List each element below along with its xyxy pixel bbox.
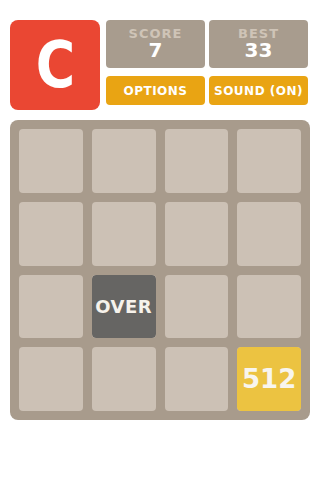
cell-r2c2 bbox=[92, 202, 156, 266]
cell-r4c4: 512 bbox=[237, 347, 301, 411]
cell-r3c3 bbox=[165, 275, 229, 339]
cell-r3c4 bbox=[237, 275, 301, 339]
best-box: BEST 33 bbox=[209, 20, 308, 68]
score-row: SCORE 7 BEST 33 bbox=[106, 20, 308, 68]
cell-r2c1 bbox=[19, 202, 83, 266]
score-box: SCORE 7 bbox=[106, 20, 205, 68]
cell-r1c2 bbox=[92, 129, 156, 193]
tile-512: 512 bbox=[237, 347, 301, 411]
tile-over: OVER bbox=[92, 275, 156, 339]
options-button[interactable]: OPTIONS bbox=[106, 76, 205, 105]
app-screen: C SCORE 7 BEST 33 OPTIONS SOUND (ON) bbox=[0, 0, 320, 480]
cell-r2c4 bbox=[237, 202, 301, 266]
cell-r4c3 bbox=[165, 347, 229, 411]
cell-r4c2 bbox=[92, 347, 156, 411]
header-panels: SCORE 7 BEST 33 OPTIONS SOUND (ON) bbox=[106, 20, 308, 110]
cell-r3c1 bbox=[19, 275, 83, 339]
cell-r1c1 bbox=[19, 129, 83, 193]
game-board[interactable]: OVER 512 bbox=[10, 120, 310, 420]
button-row: OPTIONS SOUND (ON) bbox=[106, 76, 308, 105]
cell-r3c2: OVER bbox=[92, 275, 156, 339]
cell-r1c3 bbox=[165, 129, 229, 193]
cell-r2c3 bbox=[165, 202, 229, 266]
cell-r4c1 bbox=[19, 347, 83, 411]
sound-toggle-button[interactable]: SOUND (ON) bbox=[209, 76, 308, 105]
logo-tile: C bbox=[10, 20, 100, 110]
score-value: 7 bbox=[149, 40, 163, 61]
cell-r1c4 bbox=[237, 129, 301, 193]
best-value: 33 bbox=[245, 40, 273, 61]
top-bar: C SCORE 7 BEST 33 OPTIONS SOUND (ON) bbox=[0, 0, 320, 110]
logo-letter: C bbox=[35, 28, 74, 102]
